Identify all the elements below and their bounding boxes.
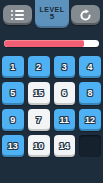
level-progress-bar bbox=[4, 40, 99, 47]
tile-5[interactable]: 5 bbox=[2, 82, 24, 104]
tile-6[interactable]: 6 bbox=[54, 82, 76, 104]
levels-list-button[interactable] bbox=[3, 5, 32, 25]
tile-7[interactable]: 7 bbox=[28, 109, 50, 131]
tile-8[interactable]: 8 bbox=[79, 82, 101, 104]
tile-2[interactable]: 2 bbox=[28, 56, 50, 78]
tile-9[interactable]: 9 bbox=[2, 109, 24, 131]
tile-3[interactable]: 3 bbox=[54, 56, 76, 78]
tile-15[interactable]: 15 bbox=[28, 82, 50, 104]
empty-cell bbox=[79, 135, 101, 157]
tile-14[interactable]: 14 bbox=[54, 135, 76, 157]
level-value: 5 bbox=[50, 13, 54, 22]
tile-13[interactable]: 13 bbox=[2, 135, 24, 157]
progress-fill bbox=[4, 40, 84, 47]
level-badge: LEVEL 5 bbox=[35, 0, 69, 28]
list-icon bbox=[11, 10, 24, 20]
restart-button[interactable] bbox=[71, 5, 100, 25]
tile-1[interactable]: 1 bbox=[2, 56, 24, 78]
puzzle-app-screen: { "game": "15-puzzle (4x4 sliding number… bbox=[0, 0, 103, 183]
puzzle-board: 123451568971112131014 bbox=[2, 56, 101, 157]
tile-10[interactable]: 10 bbox=[28, 135, 50, 157]
tile-4[interactable]: 4 bbox=[79, 56, 101, 78]
tile-11[interactable]: 11 bbox=[54, 109, 76, 131]
tile-12[interactable]: 12 bbox=[79, 109, 101, 131]
refresh-icon bbox=[79, 9, 92, 22]
